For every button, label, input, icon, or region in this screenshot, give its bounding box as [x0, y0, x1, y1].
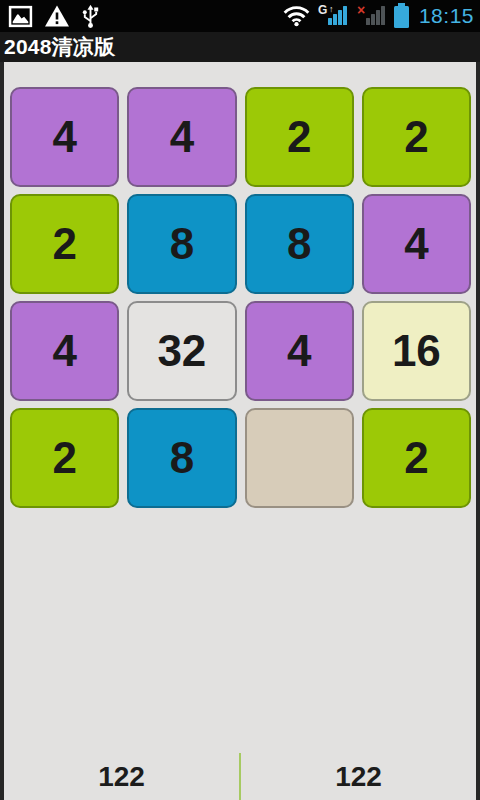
status-bar-clock: 18:15: [419, 4, 474, 28]
tile-r3c2-32: 32: [127, 301, 236, 401]
status-bar-left: [8, 4, 100, 29]
tile-r4c4-2: 2: [362, 408, 471, 508]
tile-r3c3-4: 4: [245, 301, 354, 401]
tile-r2c2-8: 8: [127, 194, 236, 294]
tile-r3c1-4: 4: [10, 301, 119, 401]
gallery-icon: [8, 4, 33, 29]
tile-r4c2-8: 8: [127, 408, 236, 508]
title-bar: 2048清凉版: [0, 32, 480, 62]
tile-r3c4-16: 16: [362, 301, 471, 401]
status-bar-right: G ↑ × 18:15: [283, 4, 474, 28]
warning-icon: [44, 4, 70, 28]
tile-r1c1-4: 4: [10, 87, 119, 187]
battery-icon: [394, 6, 409, 28]
app-title: 2048清凉版: [4, 33, 115, 61]
phone-screen: G ↑ × 18:15 2048清凉版 44222884432416282 12…: [0, 0, 480, 800]
tile-r1c4-2: 2: [362, 87, 471, 187]
score-best: 122: [335, 761, 382, 793]
no-sim-x-mark: ×: [357, 2, 365, 18]
status-bar: G ↑ × 18:15: [0, 0, 480, 32]
tile-r4c3-empty: [245, 408, 354, 508]
wifi-icon: [283, 6, 310, 27]
score-left-panel: 122: [4, 753, 239, 800]
game-area: 44222884432416282 122 122: [0, 62, 480, 800]
network-type-label: G: [318, 3, 327, 17]
signal-g-icon: G ↑: [318, 5, 348, 27]
tile-r2c3-8: 8: [245, 194, 354, 294]
tile-r2c1-2: 2: [10, 194, 119, 294]
usb-icon: [81, 4, 100, 29]
signal-no-sim-icon: ×: [356, 5, 386, 27]
tile-r4c1-2: 2: [10, 408, 119, 508]
score-current: 122: [98, 761, 145, 793]
tile-r1c3-2: 2: [245, 87, 354, 187]
score-bar: 122 122: [4, 753, 476, 800]
board[interactable]: 44222884432416282: [4, 62, 476, 508]
tile-r2c4-4: 4: [362, 194, 471, 294]
score-right-panel: 122: [241, 753, 476, 800]
tile-r1c2-4: 4: [127, 87, 236, 187]
